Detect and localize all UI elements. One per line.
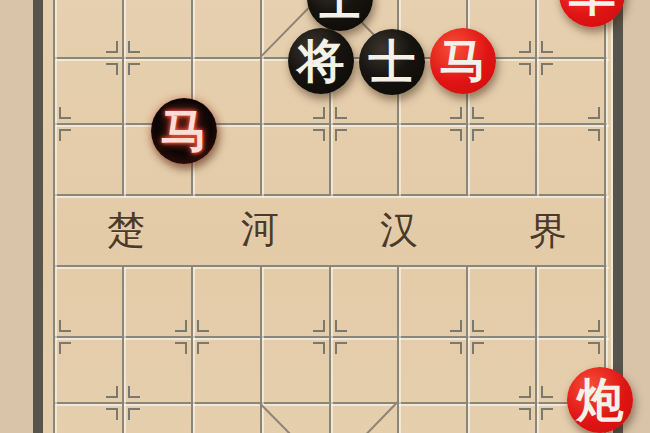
- piece-red-horse[interactable]: 马: [430, 28, 496, 94]
- point-marker: [460, 342, 462, 354]
- grid-line-file-4-bottom: [329, 266, 331, 433]
- grid-line-file-1-bottom: [122, 266, 124, 433]
- point-marker: [335, 320, 337, 332]
- grid-line-file-3-bottom: [260, 266, 262, 433]
- grid-line-file-3-top: [260, 0, 262, 195]
- point-marker: [529, 63, 531, 75]
- board-border-right: [613, 0, 623, 433]
- point-marker: [335, 129, 337, 141]
- point-marker: [323, 342, 325, 354]
- piece-black-general[interactable]: 将: [288, 28, 354, 94]
- point-marker: [472, 342, 474, 354]
- point-marker: [116, 386, 118, 398]
- point-marker: [472, 107, 474, 119]
- point-marker: [323, 107, 325, 119]
- point-marker: [529, 386, 531, 398]
- point-marker: [116, 63, 118, 75]
- grid-line-file-2-top: [191, 0, 193, 195]
- point-marker: [541, 41, 543, 53]
- point-marker: [460, 129, 462, 141]
- xiangqi-board-stage: 楚河汉界 士车将士马马炮: [0, 0, 650, 433]
- piece-red-cannon[interactable]: 炮: [567, 367, 633, 433]
- piece-black-advisor[interactable]: 士: [359, 29, 425, 95]
- point-marker: [472, 320, 474, 332]
- point-marker: [185, 342, 187, 354]
- point-marker: [598, 107, 600, 119]
- point-marker: [529, 41, 531, 53]
- river-label-2: 汉: [380, 211, 418, 249]
- river-label-1: 河: [241, 210, 279, 248]
- point-marker: [598, 320, 600, 332]
- river-label-0: 楚: [107, 211, 145, 249]
- point-marker: [460, 320, 462, 332]
- point-marker: [116, 408, 118, 420]
- point-marker: [197, 342, 199, 354]
- point-marker: [59, 129, 61, 141]
- point-marker: [460, 107, 462, 119]
- point-marker: [541, 408, 543, 420]
- point-marker: [128, 63, 130, 75]
- grid-line-file-7-top: [535, 0, 537, 195]
- point-marker: [128, 41, 130, 53]
- grid-line-file-2-bottom: [191, 266, 193, 433]
- point-marker: [116, 41, 118, 53]
- point-marker: [59, 107, 61, 119]
- point-marker: [128, 386, 130, 398]
- piece-black-horse[interactable]: 马: [151, 98, 217, 164]
- point-marker: [59, 320, 61, 332]
- point-marker: [472, 129, 474, 141]
- point-marker: [598, 342, 600, 354]
- grid-line-file-6-bottom: [466, 266, 468, 433]
- grid-line-file-1-top: [122, 0, 124, 195]
- point-marker: [529, 408, 531, 420]
- point-marker: [197, 320, 199, 332]
- point-marker: [323, 129, 325, 141]
- point-marker: [335, 107, 337, 119]
- point-marker: [598, 129, 600, 141]
- point-marker: [541, 386, 543, 398]
- point-marker: [335, 342, 337, 354]
- point-marker: [185, 320, 187, 332]
- river-label-3: 界: [529, 212, 567, 250]
- grid-line-file-5-bottom: [397, 266, 399, 433]
- point-marker: [541, 63, 543, 75]
- grid-line-file-0: [53, 0, 55, 433]
- board-border-left: [33, 0, 43, 433]
- point-marker: [323, 320, 325, 332]
- point-marker: [59, 342, 61, 354]
- point-marker: [128, 408, 130, 420]
- grid-line-file-7-bottom: [535, 266, 537, 433]
